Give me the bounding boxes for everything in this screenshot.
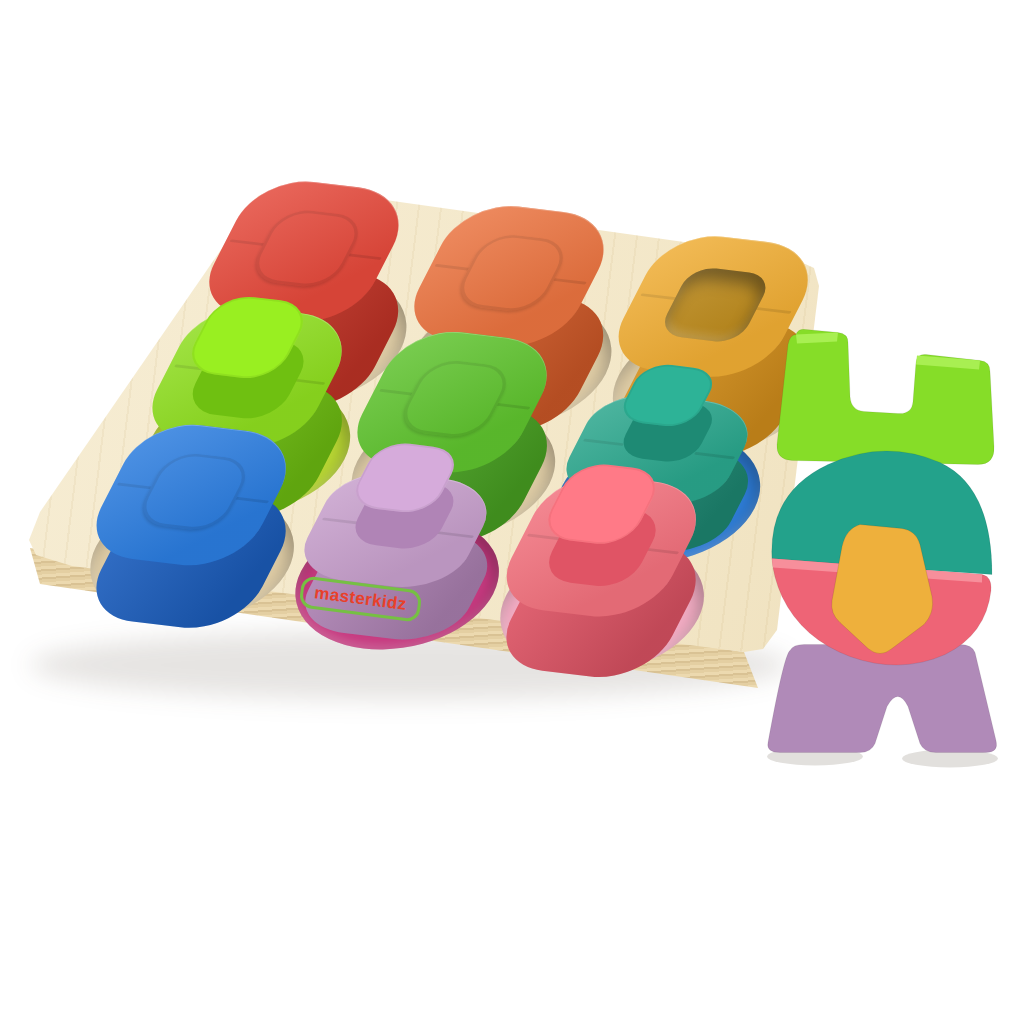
block-seam [640, 293, 681, 300]
block-seam [117, 482, 158, 489]
block-core-red [245, 208, 368, 290]
block-seam [750, 307, 791, 314]
stack-piece-u-crown [777, 329, 994, 464]
block-core-blue [132, 451, 255, 533]
block-seam [230, 239, 271, 246]
block-seam [379, 389, 420, 396]
block-core-green [393, 357, 516, 439]
block-seam [435, 264, 476, 271]
block-seam [694, 452, 735, 459]
block-stack [740, 322, 1010, 777]
brand-logo-text: masterkidz [313, 583, 408, 614]
block-seam [545, 277, 586, 284]
product-photo: masterkidz [0, 0, 1024, 1024]
block-core-orange [450, 232, 573, 314]
block-seam [489, 402, 530, 409]
block-seam [583, 438, 624, 445]
block-seam [228, 496, 269, 503]
block-seam [340, 252, 381, 259]
